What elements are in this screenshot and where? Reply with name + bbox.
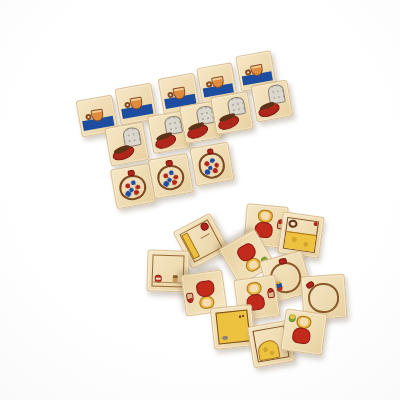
tile-girl-flower[interactable]	[280, 308, 327, 355]
scattered-group	[0, 0, 400, 400]
mouseroom-art-3-icon	[238, 314, 245, 319]
scene	[0, 0, 400, 400]
girl-art-4-icon	[267, 288, 275, 298]
girl-art-3-icon	[292, 326, 312, 345]
jarempty-art-1-icon	[308, 282, 341, 314]
girl-art-4-icon	[288, 314, 296, 322]
girl-art-4-icon	[186, 293, 194, 303]
girl-art-3-icon	[196, 280, 216, 299]
mouseroom-art-1-icon	[215, 309, 251, 345]
pretzelcheese-art-4-icon	[314, 222, 318, 226]
